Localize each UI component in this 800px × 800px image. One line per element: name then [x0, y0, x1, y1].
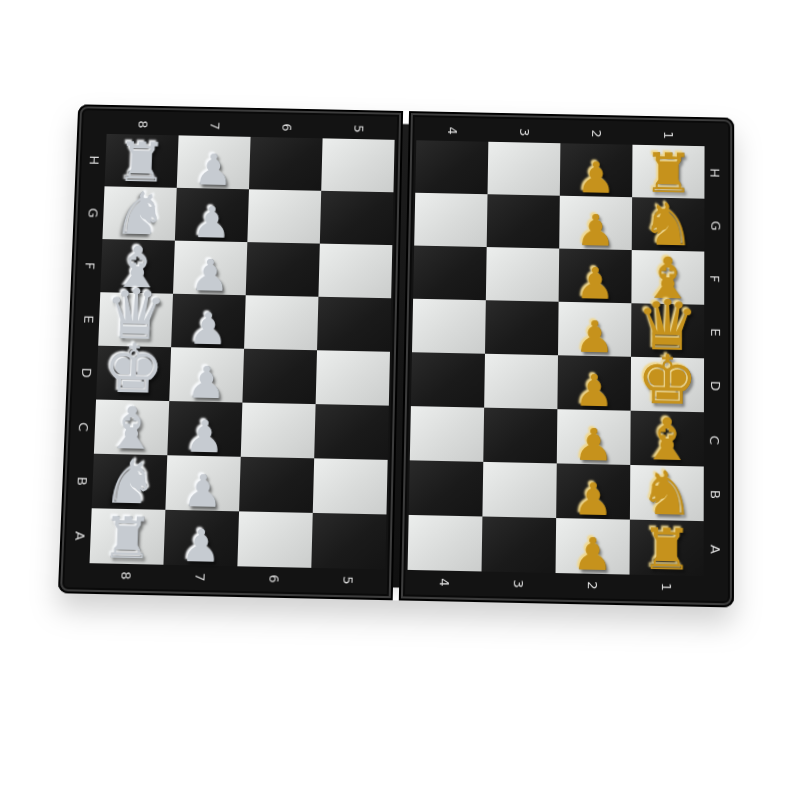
file-label-e-left: E — [76, 292, 100, 346]
piece-silver-pawn-h7: ♟ — [193, 148, 233, 192]
rank-label-2-top-text: 2 — [589, 129, 604, 137]
file-label-a-left: A — [67, 508, 91, 563]
file-label-c-right-text: C — [707, 435, 722, 444]
piece-gold-pawn-e2: ♟ — [575, 315, 615, 359]
chess-board: 8765H♜♟G♞♟F♝♟E♛♟D♚♟C♝♟B♞♟A♜♟87654321♟♜H♟… — [58, 104, 734, 607]
file-label-c-right: C — [704, 412, 726, 467]
rank-label-7-bottom-text: 7 — [192, 572, 207, 581]
square-c6 — [241, 403, 316, 459]
square-f3 — [486, 247, 559, 302]
file-label-b-left: B — [70, 453, 94, 508]
board-half-right: 4321♟♜H♟♞G♟♝F♟♛E♟♚D♟♝C♟♞B♟♜A4321 — [399, 111, 734, 607]
file-label-h-right-text: H — [708, 168, 723, 178]
square-h5 — [321, 138, 394, 192]
frame-corner — [703, 576, 725, 599]
square-b2: ♟ — [556, 463, 630, 519]
piece-gold-pawn-h2: ♟ — [576, 156, 615, 200]
file-label-e-right-text: E — [708, 327, 723, 335]
square-a3 — [482, 516, 557, 573]
rank-label-4-top: 4 — [416, 119, 488, 142]
piece-gold-pawn-g2: ♟ — [576, 209, 616, 253]
square-b6 — [239, 457, 314, 513]
rank-label-3-bottom-text: 3 — [511, 579, 526, 588]
square-g2: ♟ — [559, 196, 632, 250]
square-d5 — [316, 350, 390, 405]
square-f6 — [246, 242, 320, 297]
rank-label-5-top: 5 — [323, 117, 395, 140]
square-a1: ♜ — [630, 520, 704, 577]
square-e7: ♟ — [171, 294, 246, 349]
rank-label-2-top: 2 — [560, 122, 632, 145]
file-label-a-left-text: A — [72, 531, 88, 540]
square-e3 — [485, 300, 559, 355]
file-label-g-right-text: G — [708, 220, 723, 230]
square-g5 — [320, 191, 394, 245]
square-b7: ♟ — [165, 455, 240, 511]
file-label-e-left-text: E — [81, 314, 96, 322]
frame-corner — [705, 125, 727, 147]
rank-label-5-bottom-text: 5 — [340, 575, 355, 584]
piece-silver-pawn-e7: ♟ — [188, 307, 229, 351]
file-label-h-right: H — [704, 146, 726, 199]
file-label-g-left: G — [81, 186, 105, 239]
square-b3 — [482, 462, 556, 518]
square-c5 — [314, 404, 389, 460]
piece-gold-knight-b1: ♞ — [640, 462, 695, 524]
rank-label-3-bottom: 3 — [481, 571, 555, 595]
board-half-grid-left: 8765H♜♟G♞♟F♝♟E♛♟D♚♟C♝♟B♞♟A♜♟8765 — [66, 112, 395, 592]
square-e5 — [317, 297, 391, 352]
piece-silver-pawn-f7: ♟ — [190, 254, 231, 298]
square-c3 — [483, 408, 557, 464]
piece-silver-pawn-b7: ♟ — [182, 469, 223, 514]
rank-label-1-bottom-text: 1 — [659, 582, 674, 591]
square-d2: ♟ — [557, 355, 631, 410]
square-b4 — [409, 460, 484, 516]
file-label-d-left-text: D — [78, 367, 93, 377]
square-h4 — [415, 140, 488, 194]
square-b5 — [313, 458, 388, 514]
square-e4 — [412, 299, 486, 354]
square-h7: ♟ — [177, 135, 251, 189]
file-label-f-left: F — [78, 239, 102, 293]
piece-gold-pawn-b2: ♟ — [573, 477, 613, 522]
square-f7: ♟ — [173, 241, 247, 296]
rank-label-5-bottom: 5 — [311, 568, 386, 592]
file-label-e-right: E — [704, 305, 726, 359]
file-label-a-right-text: A — [707, 544, 722, 553]
rank-label-8-bottom-text: 8 — [118, 571, 134, 580]
square-d7: ♟ — [169, 347, 244, 402]
file-label-d-right: D — [704, 358, 726, 412]
square-d1: ♚ — [631, 357, 704, 412]
rank-label-6-top: 6 — [251, 116, 324, 139]
file-label-f-right-text: F — [708, 274, 723, 282]
file-label-h-left: H — [83, 133, 107, 186]
square-h2: ♟ — [560, 143, 633, 197]
square-g6 — [247, 189, 321, 243]
rank-label-6-bottom-text: 6 — [266, 574, 281, 583]
piece-silver-pawn-g7: ♟ — [191, 201, 232, 245]
square-a5 — [311, 513, 386, 570]
square-c4 — [410, 406, 484, 462]
square-c2: ♟ — [557, 409, 631, 465]
square-f2: ♟ — [559, 249, 632, 304]
square-e2: ♟ — [558, 302, 631, 357]
piece-gold-rook-a1: ♜ — [641, 521, 692, 579]
rank-label-1-top-text: 1 — [661, 131, 676, 139]
square-h3 — [488, 142, 561, 196]
square-b8: ♞ — [92, 454, 168, 510]
square-c7: ♟ — [167, 401, 242, 457]
piece-silver-pawn-c7: ♟ — [184, 414, 225, 459]
rank-label-7-top-text: 7 — [207, 121, 222, 129]
file-label-f-right: F — [704, 252, 726, 306]
square-d4 — [411, 352, 485, 407]
piece-gold-pawn-a2: ♟ — [572, 532, 612, 578]
file-label-b-left-text: B — [74, 476, 89, 485]
square-f4 — [413, 246, 487, 301]
file-label-d-left: D — [74, 345, 98, 399]
square-h6 — [249, 137, 323, 191]
square-g7: ♟ — [175, 188, 249, 242]
square-d6 — [242, 349, 317, 404]
piece-gold-pawn-c2: ♟ — [574, 423, 614, 468]
rank-label-2-bottom-text: 2 — [585, 581, 600, 590]
square-a7: ♟ — [163, 510, 239, 566]
square-e6 — [244, 295, 318, 350]
piece-gold-pawn-d2: ♟ — [574, 369, 614, 414]
square-a4 — [408, 515, 483, 572]
frame-corner — [66, 563, 89, 586]
square-g3 — [487, 194, 560, 248]
file-label-b-right-text: B — [707, 489, 722, 498]
rank-label-4-bottom: 4 — [407, 570, 481, 594]
product-photo-scene: 8765H♜♟G♞♟F♝♟E♛♟D♚♟C♝♟B♞♟A♜♟87654321♟♜H♟… — [0, 0, 800, 800]
piece-gold-pawn-f2: ♟ — [575, 262, 615, 306]
rank-label-8-top-text: 8 — [135, 120, 150, 128]
file-label-c-left-text: C — [76, 422, 91, 431]
file-label-d-right-text: D — [707, 380, 722, 390]
file-label-f-left-text: F — [83, 262, 98, 270]
file-label-a-right: A — [704, 521, 726, 576]
square-f5 — [318, 244, 392, 299]
rank-label-4-bottom-text: 4 — [437, 578, 452, 587]
board-half-left: 8765H♜♟G♞♟F♝♟E♛♟D♚♟C♝♟B♞♟A♜♟8765 — [58, 104, 403, 600]
rank-label-3-top-text: 3 — [517, 128, 532, 136]
board-half-grid-right: 4321♟♜H♟♞G♟♝F♟♛E♟♚D♟♝C♟♞B♟♜A4321 — [407, 119, 726, 599]
file-label-h-left-text: H — [87, 155, 102, 165]
piece-silver-pawn-d7: ♟ — [186, 360, 227, 405]
rank-label-6-top-text: 6 — [279, 123, 294, 131]
piece-silver-rook-a8: ♜ — [101, 510, 154, 568]
file-label-c-left: C — [72, 399, 96, 454]
frame-corner — [85, 112, 108, 134]
rank-label-5-top-text: 5 — [351, 124, 366, 132]
rank-label-6-bottom: 6 — [237, 566, 312, 590]
square-a8: ♜ — [90, 508, 166, 564]
piece-silver-knight-b8: ♞ — [101, 451, 157, 513]
file-label-g-right: G — [704, 199, 726, 252]
file-label-g-left-text: G — [85, 207, 100, 217]
square-d8: ♚ — [96, 346, 171, 401]
rank-label-4-top-text: 4 — [445, 126, 460, 134]
square-b1: ♞ — [630, 465, 704, 521]
rank-label-7-top: 7 — [179, 114, 252, 137]
file-label-b-right: B — [704, 467, 726, 522]
square-a2: ♟ — [556, 518, 630, 575]
square-a6 — [237, 511, 312, 568]
rank-label-3-top: 3 — [488, 120, 560, 143]
piece-silver-pawn-a7: ♟ — [180, 523, 221, 569]
square-d3 — [484, 354, 558, 409]
square-g4 — [414, 193, 487, 247]
